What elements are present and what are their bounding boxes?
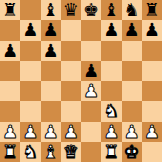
square-g1[interactable]: ♚ [122, 142, 142, 162]
piece-white-king[interactable]: ♚ [124, 142, 140, 160]
square-f6[interactable] [101, 41, 121, 61]
square-f7[interactable]: ♟ [101, 20, 121, 40]
square-h8[interactable]: ♜ [142, 0, 162, 20]
square-h6[interactable] [142, 41, 162, 61]
square-a5[interactable] [0, 61, 20, 81]
piece-black-pawn[interactable]: ♟ [124, 21, 140, 39]
square-a8[interactable]: ♜ [0, 0, 20, 20]
piece-black-king[interactable]: ♚ [83, 1, 99, 19]
square-c4[interactable] [41, 81, 61, 101]
piece-white-pawn[interactable]: ♟ [124, 122, 140, 140]
square-a6[interactable]: ♟ [0, 41, 20, 61]
piece-black-pawn[interactable]: ♟ [2, 41, 18, 59]
square-a7[interactable] [0, 20, 20, 40]
square-h7[interactable]: ♟ [142, 20, 162, 40]
chess-board: ♜♝♛♚♝♞♜♟♟♟♟♟♟♟♟♟♞♟♟♟♟♟♟♟♜♞♝♛♜♚ [0, 0, 162, 162]
square-e2[interactable] [81, 122, 101, 142]
square-c6[interactable]: ♟ [41, 41, 61, 61]
square-c2[interactable]: ♟ [41, 122, 61, 142]
piece-black-pawn[interactable]: ♟ [43, 41, 59, 59]
piece-black-pawn[interactable]: ♟ [43, 21, 59, 39]
square-e5[interactable]: ♟ [81, 61, 101, 81]
square-b8[interactable] [20, 0, 40, 20]
square-g3[interactable] [122, 101, 142, 121]
square-e7[interactable] [81, 20, 101, 40]
square-g5[interactable] [122, 61, 142, 81]
piece-black-knight[interactable]: ♞ [124, 1, 140, 19]
square-d5[interactable] [61, 61, 81, 81]
square-c8[interactable]: ♝ [41, 0, 61, 20]
square-b7[interactable]: ♟ [20, 20, 40, 40]
square-b6[interactable] [20, 41, 40, 61]
piece-black-pawn[interactable]: ♟ [22, 21, 38, 39]
piece-white-pawn[interactable]: ♟ [2, 122, 18, 140]
square-g4[interactable] [122, 81, 142, 101]
square-c1[interactable]: ♝ [41, 142, 61, 162]
square-c5[interactable] [41, 61, 61, 81]
square-g8[interactable]: ♞ [122, 0, 142, 20]
square-a4[interactable] [0, 81, 20, 101]
square-d6[interactable] [61, 41, 81, 61]
square-f2[interactable]: ♟ [101, 122, 121, 142]
square-e4[interactable]: ♟ [81, 81, 101, 101]
square-h3[interactable] [142, 101, 162, 121]
piece-white-knight[interactable]: ♞ [22, 142, 38, 160]
square-e6[interactable] [81, 41, 101, 61]
piece-black-pawn[interactable]: ♟ [83, 61, 99, 79]
piece-black-bishop[interactable]: ♝ [43, 1, 59, 19]
piece-black-rook[interactable]: ♜ [2, 1, 18, 19]
piece-white-bishop[interactable]: ♝ [43, 142, 59, 160]
piece-white-rook[interactable]: ♜ [103, 142, 119, 160]
square-a2[interactable]: ♟ [0, 122, 20, 142]
square-g7[interactable]: ♟ [122, 20, 142, 40]
square-d8[interactable]: ♛ [61, 0, 81, 20]
square-b3[interactable] [20, 101, 40, 121]
square-a3[interactable] [0, 101, 20, 121]
square-b4[interactable] [20, 81, 40, 101]
piece-black-rook[interactable]: ♜ [144, 1, 160, 19]
piece-black-pawn[interactable]: ♟ [103, 21, 119, 39]
square-g6[interactable] [122, 41, 142, 61]
piece-black-bishop[interactable]: ♝ [103, 1, 119, 19]
piece-white-pawn[interactable]: ♟ [144, 122, 160, 140]
square-f5[interactable] [101, 61, 121, 81]
square-b1[interactable]: ♞ [20, 142, 40, 162]
square-c7[interactable]: ♟ [41, 20, 61, 40]
square-d2[interactable]: ♟ [61, 122, 81, 142]
square-h2[interactable]: ♟ [142, 122, 162, 142]
piece-white-pawn[interactable]: ♟ [43, 122, 59, 140]
piece-white-pawn[interactable]: ♟ [83, 82, 99, 100]
piece-white-pawn[interactable]: ♟ [63, 122, 79, 140]
square-h4[interactable] [142, 81, 162, 101]
square-d1[interactable]: ♛ [61, 142, 81, 162]
square-h1[interactable] [142, 142, 162, 162]
square-e1[interactable] [81, 142, 101, 162]
square-f8[interactable]: ♝ [101, 0, 121, 20]
square-a1[interactable]: ♜ [0, 142, 20, 162]
square-d7[interactable] [61, 20, 81, 40]
piece-white-pawn[interactable]: ♟ [103, 122, 119, 140]
square-b5[interactable] [20, 61, 40, 81]
square-d3[interactable] [61, 101, 81, 121]
piece-white-rook[interactable]: ♜ [2, 142, 18, 160]
piece-white-queen[interactable]: ♛ [63, 142, 79, 160]
square-f3[interactable]: ♞ [101, 101, 121, 121]
square-e3[interactable] [81, 101, 101, 121]
piece-white-knight[interactable]: ♞ [103, 102, 119, 120]
square-e8[interactable]: ♚ [81, 0, 101, 20]
square-d4[interactable] [61, 81, 81, 101]
square-c3[interactable] [41, 101, 61, 121]
square-g2[interactable]: ♟ [122, 122, 142, 142]
square-f4[interactable] [101, 81, 121, 101]
piece-black-queen[interactable]: ♛ [63, 1, 79, 19]
square-f1[interactable]: ♜ [101, 142, 121, 162]
square-b2[interactable]: ♟ [20, 122, 40, 142]
piece-white-pawn[interactable]: ♟ [22, 122, 38, 140]
square-h5[interactable] [142, 61, 162, 81]
piece-black-pawn[interactable]: ♟ [144, 21, 160, 39]
